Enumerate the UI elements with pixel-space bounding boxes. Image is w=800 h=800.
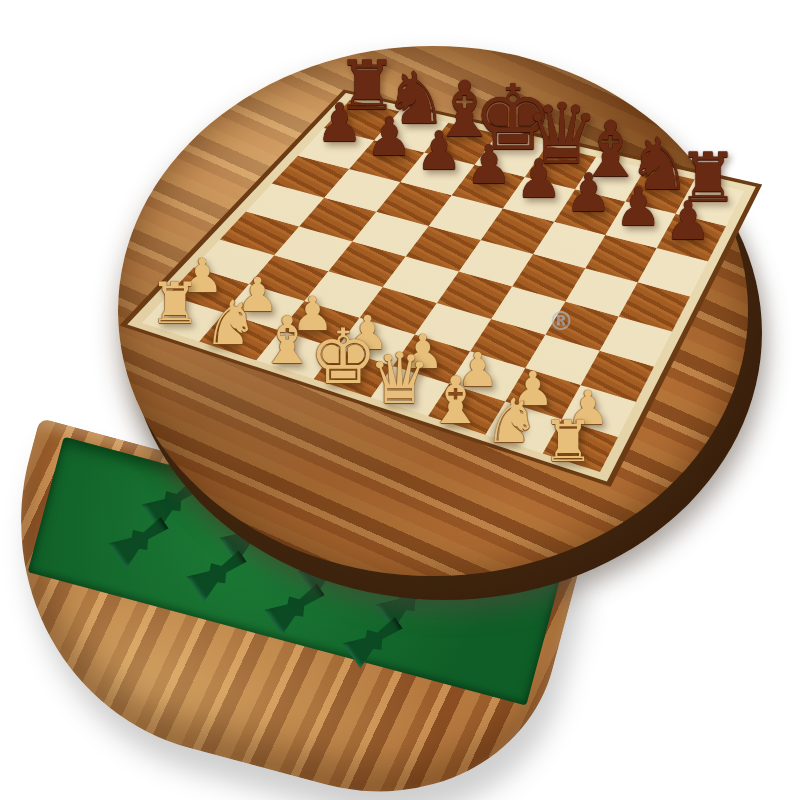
piece-black-pawn-f7: ♟	[415, 123, 463, 176]
piece-black-pawn-a7: ♟	[664, 194, 712, 247]
registered-trademark-watermark: ®	[548, 306, 574, 336]
piece-white-rook-h1: ♜	[149, 275, 200, 332]
piece-white-bishop-f1: ♝	[258, 308, 316, 373]
piece-white-bishop-c1: ♝	[427, 367, 485, 432]
piece-white-rook-a1: ♜	[542, 413, 593, 470]
piece-black-pawn-h7: ♟	[316, 95, 364, 148]
piece-black-pawn-c7: ♟	[565, 166, 613, 219]
piece-white-queen-d1: ♛	[368, 343, 431, 413]
product-photo-chess-set: ® ♜♞♝♚♛♝♞♜♟♟♟♟♟♟♟♟♟♟♟♟♟♟♟♟♜♞♝♚♛♝♞♜	[0, 0, 800, 800]
piece-black-pawn-d7: ♟	[515, 151, 563, 204]
piece-black-pawn-e7: ♟	[465, 137, 513, 190]
piece-white-knight-b1: ♞	[485, 390, 540, 451]
piece-black-pawn-g7: ♟	[366, 109, 414, 162]
piece-black-pawn-b7: ♟	[614, 180, 662, 233]
piece-white-knight-g1: ♞	[204, 292, 259, 353]
